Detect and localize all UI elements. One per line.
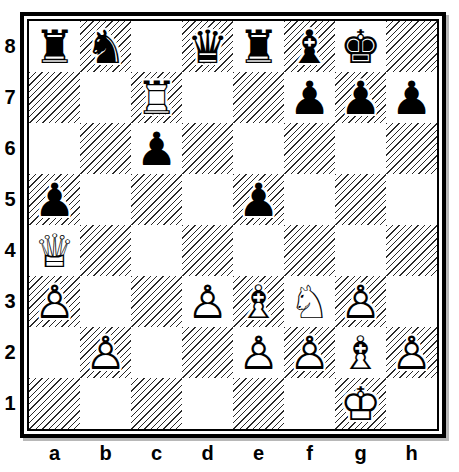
file-label-e: e [233,442,284,466]
white-queen-a4: ♛♕ [29,225,80,276]
black-pawn-c6: ♟ [131,123,182,174]
file-label-h: h [386,442,437,466]
white-piece-outline: ♙ [238,330,279,376]
square-h8[interactable] [386,21,437,72]
square-d5[interactable] [182,174,233,225]
square-c6[interactable]: ♟ [131,123,182,174]
square-a8[interactable]: ♜ [29,21,80,72]
file-label-b: b [80,442,131,466]
black-piece-glyph: ♟ [340,75,381,121]
black-knight-b8: ♞ [80,21,131,72]
square-c4[interactable] [131,225,182,276]
square-g1[interactable]: ♚♔ [335,378,386,429]
square-f2[interactable]: ♟♙ [284,327,335,378]
black-pawn-g7: ♟ [335,72,386,123]
white-piece-outline: ♔ [340,381,381,427]
square-b6[interactable] [80,123,131,174]
square-d7[interactable] [182,72,233,123]
file-label-c: c [131,442,182,466]
square-b4[interactable] [80,225,131,276]
board-inner-frame: ♜♞♛♜♝♚♜♖♟♟♟♟♟♟♛♕♟♙♟♙♝♗♞♘♟♙♟♙♟♙♟♙♝♗♟♙♚♔ [27,19,439,431]
black-queen-d8: ♛ [182,21,233,72]
square-f6[interactable] [284,123,335,174]
rank-labels: 87654321 [0,12,20,438]
file-label-f: f [284,442,335,466]
square-b1[interactable] [80,378,131,429]
square-h5[interactable] [386,174,437,225]
chess-diagram: 87654321 ♜♞♛♜♝♚♜♖♟♟♟♟♟♟♛♕♟♙♟♙♝♗♞♘♟♙♟♙♟♙♟… [0,0,459,472]
square-c5[interactable] [131,174,182,225]
file-labels: abcdefgh [20,438,446,466]
square-h7[interactable]: ♟ [386,72,437,123]
black-piece-glyph: ♞ [85,24,126,70]
chess-board: ♜♞♛♜♝♚♜♖♟♟♟♟♟♟♛♕♟♙♟♙♝♗♞♘♟♙♟♙♟♙♟♙♝♗♟♙♚♔ [29,21,437,429]
square-f8[interactable]: ♝ [284,21,335,72]
square-d6[interactable] [182,123,233,174]
white-piece-outline: ♙ [340,279,381,325]
square-e5[interactable]: ♟ [233,174,284,225]
rank-label-4: 4 [0,225,20,276]
file-label-g: g [335,442,386,466]
file-label-a: a [29,442,80,466]
white-rook-c7: ♜♖ [131,72,182,123]
square-e4[interactable] [233,225,284,276]
black-piece-glyph: ♟ [136,126,177,172]
diagram-layout: 87654321 ♜♞♛♜♝♚♜♖♟♟♟♟♟♟♛♕♟♙♟♙♝♗♞♘♟♙♟♙♟♙♟… [0,12,446,466]
square-e6[interactable] [233,123,284,174]
square-h6[interactable] [386,123,437,174]
white-piece-outline: ♙ [289,330,330,376]
square-h1[interactable] [386,378,437,429]
square-a5[interactable]: ♟ [29,174,80,225]
square-a3[interactable]: ♟♙ [29,276,80,327]
square-g6[interactable] [335,123,386,174]
black-piece-glyph: ♟ [289,75,330,121]
board-frame: ♜♞♛♜♝♚♜♖♟♟♟♟♟♟♛♕♟♙♟♙♝♗♞♘♟♙♟♙♟♙♟♙♝♗♟♙♚♔ [20,12,446,438]
square-g5[interactable] [335,174,386,225]
square-f3[interactable]: ♞♘ [284,276,335,327]
square-h3[interactable] [386,276,437,327]
rank-label-3: 3 [0,276,20,327]
black-piece-glyph: ♚ [340,24,381,70]
black-piece-glyph: ♜ [238,24,279,70]
square-b8[interactable]: ♞ [80,21,131,72]
square-c7[interactable]: ♜♖ [131,72,182,123]
square-c3[interactable] [131,276,182,327]
square-c2[interactable] [131,327,182,378]
white-piece-outline: ♙ [34,279,75,325]
black-rook-e8: ♜ [233,21,284,72]
square-g8[interactable]: ♚ [335,21,386,72]
square-e7[interactable] [233,72,284,123]
white-piece-outline: ♙ [85,330,126,376]
square-d1[interactable] [182,378,233,429]
square-a1[interactable] [29,378,80,429]
white-king-g1: ♚♔ [335,378,386,429]
white-bishop-e3: ♝♗ [233,276,284,327]
white-piece-outline: ♙ [187,279,228,325]
square-e3[interactable]: ♝♗ [233,276,284,327]
black-piece-glyph: ♟ [238,177,279,223]
rank-label-2: 2 [0,327,20,378]
square-c8[interactable] [131,21,182,72]
white-pawn-d3: ♟♙ [182,276,233,327]
white-piece-outline: ♕ [34,228,75,274]
black-piece-glyph: ♝ [289,24,330,70]
square-e1[interactable] [233,378,284,429]
white-piece-outline: ♙ [391,330,432,376]
black-bishop-f8: ♝ [284,21,335,72]
square-c1[interactable] [131,378,182,429]
square-a7[interactable] [29,72,80,123]
square-a6[interactable] [29,123,80,174]
black-piece-glyph: ♜ [34,24,75,70]
square-f1[interactable] [284,378,335,429]
rank-label-7: 7 [0,72,20,123]
black-piece-glyph: ♟ [391,75,432,121]
rank-label-8: 8 [0,21,20,72]
black-piece-glyph: ♛ [187,24,228,70]
square-f4[interactable] [284,225,335,276]
square-d4[interactable] [182,225,233,276]
square-e2[interactable]: ♟♙ [233,327,284,378]
white-pawn-f2: ♟♙ [284,327,335,378]
black-king-g8: ♚ [335,21,386,72]
black-rook-a8: ♜ [29,21,80,72]
black-piece-glyph: ♟ [34,177,75,223]
black-pawn-e5: ♟ [233,174,284,225]
square-g2[interactable]: ♝♗ [335,327,386,378]
square-b7[interactable] [80,72,131,123]
square-d8[interactable]: ♛ [182,21,233,72]
black-pawn-h7: ♟ [386,72,437,123]
square-a4[interactable]: ♛♕ [29,225,80,276]
white-pawn-e2: ♟♙ [233,327,284,378]
rank-label-1: 1 [0,378,20,429]
white-piece-outline: ♗ [238,279,279,325]
white-pawn-h2: ♟♙ [386,327,437,378]
square-h4[interactable] [386,225,437,276]
black-pawn-a5: ♟ [29,174,80,225]
square-b3[interactable] [80,276,131,327]
rank-label-5: 5 [0,174,20,225]
white-piece-outline: ♖ [136,75,177,121]
square-h2[interactable]: ♟♙ [386,327,437,378]
square-g4[interactable] [335,225,386,276]
square-g3[interactable]: ♟♙ [335,276,386,327]
square-a2[interactable] [29,327,80,378]
white-knight-f3: ♞♘ [284,276,335,327]
square-f7[interactable]: ♟ [284,72,335,123]
square-f5[interactable] [284,174,335,225]
rank-label-6: 6 [0,123,20,174]
white-piece-outline: ♘ [289,279,330,325]
white-pawn-b2: ♟♙ [80,327,131,378]
square-b2[interactable]: ♟♙ [80,327,131,378]
black-pawn-f7: ♟ [284,72,335,123]
square-g7[interactable]: ♟ [335,72,386,123]
white-pawn-g3: ♟♙ [335,276,386,327]
square-d3[interactable]: ♟♙ [182,276,233,327]
square-b5[interactable] [80,174,131,225]
white-pawn-a3: ♟♙ [29,276,80,327]
white-bishop-g2: ♝♗ [335,327,386,378]
file-label-d: d [182,442,233,466]
square-d2[interactable] [182,327,233,378]
white-piece-outline: ♗ [340,330,381,376]
square-e8[interactable]: ♜ [233,21,284,72]
